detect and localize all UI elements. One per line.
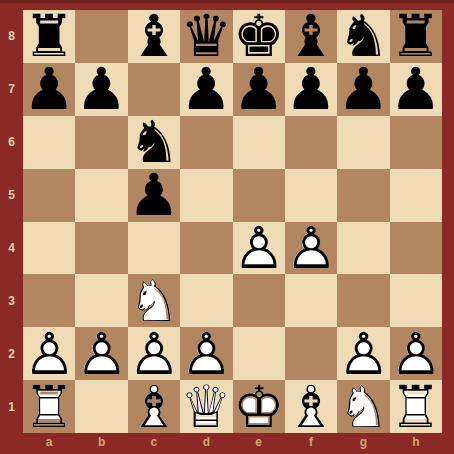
rank-label-4: 4 (0, 222, 23, 275)
white-king-outline-icon: ♔ (233, 378, 285, 436)
rank-label-6: 6 (0, 116, 23, 169)
rank-label-2: 2 (0, 327, 23, 380)
chess-board-frame: 87654321 ♜♝♛♚♝♞♜♟♟♟♟♟♟♟♞♟♟♙♟♙♞♘♟♙♟♙♟♙♟♙♟… (0, 0, 454, 454)
piece-white-rook[interactable]: ♜♖ (390, 380, 442, 433)
square-e4[interactable]: ♟♙ (233, 222, 285, 275)
square-b1[interactable] (75, 380, 127, 433)
square-e1[interactable]: ♚♔ (233, 380, 285, 433)
square-b5[interactable] (75, 169, 127, 222)
black-pawn-icon: ♟ (76, 60, 128, 118)
file-label-a: a (23, 433, 75, 454)
square-d6[interactable] (180, 116, 232, 169)
piece-white-king[interactable]: ♚♔ (233, 380, 285, 433)
square-h5[interactable] (390, 169, 442, 222)
square-b4[interactable] (75, 222, 127, 275)
black-pawn-icon: ♟ (285, 60, 337, 118)
black-bishop-icon: ♝ (128, 7, 180, 65)
square-f1[interactable]: ♝♗ (285, 380, 337, 433)
square-f4[interactable]: ♟♙ (285, 222, 337, 275)
square-b2[interactable]: ♟♙ (75, 327, 127, 380)
file-label-g: g (337, 433, 389, 454)
square-h7[interactable]: ♟ (390, 63, 442, 116)
black-pawn-icon: ♟ (128, 166, 180, 224)
black-pawn-icon: ♟ (180, 60, 232, 118)
square-f3[interactable] (285, 274, 337, 327)
white-pawn-outline-icon: ♙ (233, 219, 285, 277)
piece-white-pawn[interactable]: ♟♙ (285, 222, 337, 275)
piece-white-pawn[interactable]: ♟♙ (233, 222, 285, 275)
square-c1[interactable]: ♝♗ (128, 380, 180, 433)
white-pawn-outline-icon: ♙ (285, 219, 337, 277)
rank-label-3: 3 (0, 274, 23, 327)
square-e7[interactable]: ♟ (233, 63, 285, 116)
piece-black-pawn[interactable]: ♟ (390, 63, 442, 116)
square-h4[interactable] (390, 222, 442, 275)
square-h6[interactable] (390, 116, 442, 169)
piece-black-pawn[interactable]: ♟ (75, 63, 127, 116)
file-label-e: e (233, 433, 285, 454)
square-c5[interactable]: ♟ (128, 169, 180, 222)
square-d1[interactable]: ♛♕ (180, 380, 232, 433)
square-g4[interactable] (337, 222, 389, 275)
square-a4[interactable] (23, 222, 75, 275)
rank-label-5: 5 (0, 169, 23, 222)
white-queen-outline-icon: ♕ (180, 378, 232, 436)
square-g5[interactable] (337, 169, 389, 222)
square-d5[interactable] (180, 169, 232, 222)
square-e6[interactable] (233, 116, 285, 169)
square-f6[interactable] (285, 116, 337, 169)
square-b6[interactable] (75, 116, 127, 169)
square-c8[interactable]: ♝ (128, 10, 180, 63)
white-knight-outline-icon: ♘ (337, 378, 389, 436)
white-rook-outline-icon: ♖ (23, 378, 75, 436)
square-b7[interactable]: ♟ (75, 63, 127, 116)
rank-label-1: 1 (0, 380, 23, 433)
square-a7[interactable]: ♟ (23, 63, 75, 116)
piece-white-pawn[interactable]: ♟♙ (75, 327, 127, 380)
piece-black-pawn[interactable]: ♟ (180, 63, 232, 116)
black-pawn-icon: ♟ (23, 60, 75, 118)
piece-black-bishop[interactable]: ♝ (128, 10, 180, 63)
square-h1[interactable]: ♜♖ (390, 380, 442, 433)
file-label-c: c (128, 433, 180, 454)
piece-white-queen[interactable]: ♛♕ (180, 380, 232, 433)
square-d4[interactable] (180, 222, 232, 275)
square-g7[interactable]: ♟ (337, 63, 389, 116)
white-bishop-outline-icon: ♗ (128, 378, 180, 436)
square-d7[interactable]: ♟ (180, 63, 232, 116)
piece-white-bishop[interactable]: ♝♗ (285, 380, 337, 433)
file-labels: abcdefgh (23, 433, 442, 454)
white-bishop-outline-icon: ♗ (285, 378, 337, 436)
black-pawn-icon: ♟ (337, 60, 389, 118)
white-pawn-outline-icon: ♙ (76, 325, 128, 383)
square-a6[interactable] (23, 116, 75, 169)
square-e3[interactable] (233, 274, 285, 327)
piece-white-rook[interactable]: ♜♖ (23, 380, 75, 433)
square-a1[interactable]: ♜♖ (23, 380, 75, 433)
file-label-f: f (285, 433, 337, 454)
black-pawn-icon: ♟ (390, 60, 442, 118)
file-label-h: h (390, 433, 442, 454)
piece-black-pawn[interactable]: ♟ (128, 169, 180, 222)
piece-black-pawn[interactable]: ♟ (23, 63, 75, 116)
file-label-b: b (75, 433, 127, 454)
black-pawn-icon: ♟ (233, 60, 285, 118)
board: ♜♝♛♚♝♞♜♟♟♟♟♟♟♟♞♟♟♙♟♙♞♘♟♙♟♙♟♙♟♙♟♙♟♙♜♖♝♗♛♕… (23, 10, 442, 433)
rank-label-7: 7 (0, 63, 23, 116)
piece-white-knight[interactable]: ♞♘ (337, 380, 389, 433)
white-rook-outline-icon: ♖ (390, 378, 442, 436)
piece-white-bishop[interactable]: ♝♗ (128, 380, 180, 433)
square-g1[interactable]: ♞♘ (337, 380, 389, 433)
piece-black-pawn[interactable]: ♟ (337, 63, 389, 116)
piece-black-pawn[interactable]: ♟ (285, 63, 337, 116)
square-f7[interactable]: ♟ (285, 63, 337, 116)
piece-black-pawn[interactable]: ♟ (233, 63, 285, 116)
rank-labels: 87654321 (0, 10, 23, 433)
square-g6[interactable] (337, 116, 389, 169)
square-a5[interactable] (23, 169, 75, 222)
rank-label-8: 8 (0, 10, 23, 63)
file-label-d: d (180, 433, 232, 454)
